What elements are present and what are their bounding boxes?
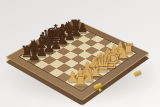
chess-set-photo: ♜♞♝♛♚♝♞♜♟♟♟♟♟♟♟♟♟♟♟♟♟♟♟♟♜♞♝♛♚♝♞♜ — [0, 0, 160, 107]
piece-white-rook-a1[interactable]: ♜ — [73, 73, 88, 90]
piece-black-pawn-a7[interactable]: ♟ — [28, 50, 40, 64]
